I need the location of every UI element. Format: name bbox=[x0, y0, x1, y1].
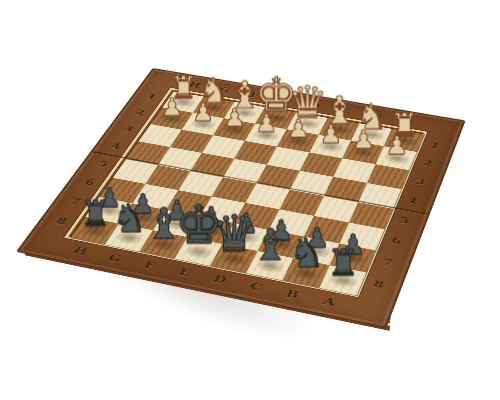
file-label-a: A bbox=[307, 290, 351, 314]
product-photo-canvas: HGFEDCBA HGFEDCBA 12345678 12345678 ♜♞♝♛… bbox=[0, 0, 500, 400]
chess-board[interactable]: HGFEDCBA HGFEDCBA 12345678 12345678 ♜♞♝♛… bbox=[16, 68, 466, 328]
rank-label-5: 5 bbox=[388, 208, 420, 233]
scene: HGFEDCBA HGFEDCBA 12345678 12345678 ♜♞♝♛… bbox=[0, 0, 500, 400]
black-rook-glyph: ♜ bbox=[308, 244, 378, 280]
rank-label-3: 3 bbox=[405, 170, 436, 193]
piece-black-rook-a8[interactable]: ♜ bbox=[319, 265, 366, 295]
file-label-c: C bbox=[234, 275, 278, 298]
file-label-g: G bbox=[93, 247, 137, 269]
